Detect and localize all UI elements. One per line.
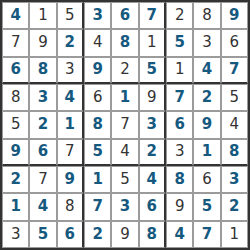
cell-r8c8[interactable]: 5 bbox=[193, 193, 220, 220]
cell-r7c6[interactable]: 4 bbox=[139, 166, 166, 193]
cell-r6c1[interactable]: 9 bbox=[2, 139, 29, 166]
cell-r6c5[interactable]: 4 bbox=[111, 139, 138, 166]
cell-r9c6[interactable]: 8 bbox=[139, 221, 166, 248]
cell-r6c8[interactable]: 1 bbox=[193, 139, 220, 166]
cell-r2c9[interactable]: 6 bbox=[221, 29, 248, 56]
cell-r6c2[interactable]: 6 bbox=[29, 139, 56, 166]
cell-r8c9[interactable]: 2 bbox=[221, 193, 248, 220]
cell-r4c4[interactable]: 6 bbox=[84, 84, 111, 111]
cell-r6c3[interactable]: 7 bbox=[57, 139, 84, 166]
cell-r5c6[interactable]: 3 bbox=[139, 111, 166, 138]
cell-r1c8[interactable]: 8 bbox=[193, 2, 220, 29]
cell-r7c5[interactable]: 5 bbox=[111, 166, 138, 193]
cell-r3c1[interactable]: 6 bbox=[2, 57, 29, 84]
cell-r5c8[interactable]: 9 bbox=[193, 111, 220, 138]
cell-r9c2[interactable]: 5 bbox=[29, 221, 56, 248]
cell-r9c4[interactable]: 2 bbox=[84, 221, 111, 248]
cell-r2c3[interactable]: 2 bbox=[57, 29, 84, 56]
cell-r2c5[interactable]: 8 bbox=[111, 29, 138, 56]
cell-r9c1[interactable]: 3 bbox=[2, 221, 29, 248]
cell-r8c4[interactable]: 7 bbox=[84, 193, 111, 220]
cell-r9c7[interactable]: 4 bbox=[166, 221, 193, 248]
cell-r5c5[interactable]: 7 bbox=[111, 111, 138, 138]
cell-r7c2[interactable]: 7 bbox=[29, 166, 56, 193]
cell-r1c3[interactable]: 5 bbox=[57, 2, 84, 29]
cell-r2c2[interactable]: 9 bbox=[29, 29, 56, 56]
cell-r9c8[interactable]: 7 bbox=[193, 221, 220, 248]
cell-r6c7[interactable]: 3 bbox=[166, 139, 193, 166]
cell-r6c9[interactable]: 8 bbox=[221, 139, 248, 166]
cell-r5c4[interactable]: 8 bbox=[84, 111, 111, 138]
cell-r4c1[interactable]: 8 bbox=[2, 84, 29, 111]
cell-r1c5[interactable]: 6 bbox=[111, 2, 138, 29]
cell-r5c7[interactable]: 6 bbox=[166, 111, 193, 138]
cell-r3c6[interactable]: 5 bbox=[139, 57, 166, 84]
cell-r1c9[interactable]: 9 bbox=[221, 2, 248, 29]
cell-r7c9[interactable]: 3 bbox=[221, 166, 248, 193]
cell-r2c6[interactable]: 1 bbox=[139, 29, 166, 56]
cell-r8c1[interactable]: 1 bbox=[2, 193, 29, 220]
cell-r8c3[interactable]: 8 bbox=[57, 193, 84, 220]
cell-r7c3[interactable]: 9 bbox=[57, 166, 84, 193]
cell-r4c3[interactable]: 4 bbox=[57, 84, 84, 111]
cell-r5c9[interactable]: 4 bbox=[221, 111, 248, 138]
cell-r9c5[interactable]: 9 bbox=[111, 221, 138, 248]
cell-r1c6[interactable]: 7 bbox=[139, 2, 166, 29]
cell-r8c5[interactable]: 3 bbox=[111, 193, 138, 220]
cell-r2c7[interactable]: 5 bbox=[166, 29, 193, 56]
cell-r4c2[interactable]: 3 bbox=[29, 84, 56, 111]
cell-r2c4[interactable]: 4 bbox=[84, 29, 111, 56]
cell-r9c3[interactable]: 6 bbox=[57, 221, 84, 248]
cell-r1c1[interactable]: 4 bbox=[2, 2, 29, 29]
cell-r1c7[interactable]: 2 bbox=[166, 2, 193, 29]
cell-r6c6[interactable]: 2 bbox=[139, 139, 166, 166]
cell-r1c4[interactable]: 3 bbox=[84, 2, 111, 29]
cell-r4c5[interactable]: 1 bbox=[111, 84, 138, 111]
cell-r4c6[interactable]: 9 bbox=[139, 84, 166, 111]
cell-r7c4[interactable]: 1 bbox=[84, 166, 111, 193]
cell-r3c9[interactable]: 7 bbox=[221, 57, 248, 84]
cell-r3c4[interactable]: 9 bbox=[84, 57, 111, 84]
cell-r2c1[interactable]: 7 bbox=[2, 29, 29, 56]
cell-r1c2[interactable]: 1 bbox=[29, 2, 56, 29]
cell-r7c7[interactable]: 8 bbox=[166, 166, 193, 193]
cell-r7c1[interactable]: 2 bbox=[2, 166, 29, 193]
cell-r8c2[interactable]: 4 bbox=[29, 193, 56, 220]
cell-r3c8[interactable]: 4 bbox=[193, 57, 220, 84]
cell-r8c6[interactable]: 6 bbox=[139, 193, 166, 220]
cell-r3c7[interactable]: 1 bbox=[166, 57, 193, 84]
cell-r8c7[interactable]: 9 bbox=[166, 193, 193, 220]
cell-r4c8[interactable]: 2 bbox=[193, 84, 220, 111]
cell-r7c8[interactable]: 6 bbox=[193, 166, 220, 193]
cell-r2c8[interactable]: 3 bbox=[193, 29, 220, 56]
cell-r3c2[interactable]: 8 bbox=[29, 57, 56, 84]
cell-r3c3[interactable]: 3 bbox=[57, 57, 84, 84]
sudoku-board: 4153672897924815366839251478346197255218… bbox=[0, 0, 250, 250]
cell-r6c4[interactable]: 5 bbox=[84, 139, 111, 166]
cell-r4c7[interactable]: 7 bbox=[166, 84, 193, 111]
cell-r4c9[interactable]: 5 bbox=[221, 84, 248, 111]
cell-r9c9[interactable]: 1 bbox=[221, 221, 248, 248]
cell-r5c3[interactable]: 1 bbox=[57, 111, 84, 138]
cell-r5c2[interactable]: 2 bbox=[29, 111, 56, 138]
cell-r5c1[interactable]: 5 bbox=[2, 111, 29, 138]
cell-r3c5[interactable]: 2 bbox=[111, 57, 138, 84]
